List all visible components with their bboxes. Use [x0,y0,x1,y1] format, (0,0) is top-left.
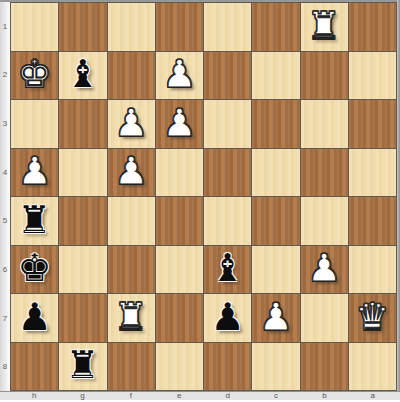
square-e4[interactable] [156,149,203,197]
black-pawn[interactable]: ♟ [211,298,245,336]
file-label-c: c [252,392,300,400]
square-a6[interactable] [349,246,396,294]
square-e2[interactable]: ♟ [156,52,203,100]
square-b6[interactable]: ♟ [301,246,348,294]
square-c5[interactable] [252,197,299,245]
rank-label-5: 5 [0,197,10,246]
square-g2[interactable]: ♝ [59,52,106,100]
square-a3[interactable] [349,100,396,148]
white-king[interactable]: ♚ [18,55,52,93]
white-rook[interactable]: ♜ [307,7,341,45]
file-label-f: f [107,392,155,400]
square-b4[interactable] [301,149,348,197]
square-g8[interactable]: ♜ [59,343,106,391]
square-c7[interactable]: ♟ [252,294,299,342]
square-f3[interactable]: ♟ [108,100,155,148]
square-e8[interactable] [156,343,203,391]
square-e6[interactable] [156,246,203,294]
file-label-g: g [58,392,106,400]
square-d4[interactable] [204,149,251,197]
square-h8[interactable] [11,343,58,391]
square-d7[interactable]: ♟ [204,294,251,342]
square-g3[interactable] [59,100,106,148]
square-h5[interactable]: ♜ [11,197,58,245]
square-e1[interactable] [156,3,203,51]
square-h3[interactable] [11,100,58,148]
white-pawn[interactable]: ♟ [114,104,148,142]
square-h2[interactable]: ♚ [11,52,58,100]
rank-label-6: 6 [0,245,10,294]
file-label-h: h [10,392,58,400]
square-c3[interactable] [252,100,299,148]
square-g6[interactable] [59,246,106,294]
square-g4[interactable] [59,149,106,197]
square-h4[interactable]: ♟ [11,149,58,197]
square-g5[interactable] [59,197,106,245]
square-h7[interactable]: ♟ [11,294,58,342]
square-b7[interactable] [301,294,348,342]
rank-label-3: 3 [0,99,10,148]
square-f5[interactable] [108,197,155,245]
square-b5[interactable] [301,197,348,245]
square-d1[interactable] [204,3,251,51]
square-f2[interactable] [108,52,155,100]
square-a5[interactable] [349,197,396,245]
square-g7[interactable] [59,294,106,342]
square-d3[interactable] [204,100,251,148]
square-b1[interactable]: ♜ [301,3,348,51]
square-c4[interactable] [252,149,299,197]
black-rook[interactable]: ♜ [18,201,52,239]
square-c6[interactable] [252,246,299,294]
rank-label-4: 4 [0,148,10,197]
square-a1[interactable] [349,3,396,51]
white-rook[interactable]: ♜ [114,298,148,336]
file-label-b: b [300,392,348,400]
file-label-e: e [155,392,203,400]
rank-labels: 12345678 [0,2,10,391]
square-d5[interactable] [204,197,251,245]
rank-label-2: 2 [0,51,10,100]
square-h6[interactable]: ♚ [11,246,58,294]
square-b3[interactable] [301,100,348,148]
square-a4[interactable] [349,149,396,197]
white-pawn[interactable]: ♟ [114,152,148,190]
white-pawn[interactable]: ♟ [18,152,52,190]
black-bishop[interactable]: ♝ [211,249,245,287]
square-c8[interactable] [252,343,299,391]
square-e3[interactable]: ♟ [156,100,203,148]
black-pawn[interactable]: ♟ [18,298,52,336]
chess-board-panel: 12345678 ♜♚♝♟♟♟♟♟♜♚♝♟♟♜♟♟♛♜ hgfedcba [0,0,400,402]
rank-label-8: 8 [0,342,10,391]
square-b2[interactable] [301,52,348,100]
square-f7[interactable]: ♜ [108,294,155,342]
square-d8[interactable] [204,343,251,391]
file-label-a: a [349,392,397,400]
square-d6[interactable]: ♝ [204,246,251,294]
white-pawn[interactable]: ♟ [259,298,293,336]
file-label-d: d [204,392,252,400]
white-pawn[interactable]: ♟ [307,249,341,287]
square-f6[interactable] [108,246,155,294]
square-d2[interactable] [204,52,251,100]
square-c2[interactable] [252,52,299,100]
square-g1[interactable] [59,3,106,51]
white-pawn[interactable]: ♟ [162,104,196,142]
square-e5[interactable] [156,197,203,245]
square-c1[interactable] [252,3,299,51]
square-h1[interactable] [11,3,58,51]
white-pawn[interactable]: ♟ [162,55,196,93]
black-bishop[interactable]: ♝ [66,55,100,93]
black-king[interactable]: ♚ [18,249,52,287]
rank-label-1: 1 [0,2,10,51]
rank-label-7: 7 [0,294,10,343]
square-f8[interactable] [108,343,155,391]
square-a8[interactable] [349,343,396,391]
board: ♜♚♝♟♟♟♟♟♜♚♝♟♟♜♟♟♛♜ [10,2,397,391]
black-rook[interactable]: ♜ [66,346,100,384]
square-a2[interactable] [349,52,396,100]
square-a7[interactable]: ♛ [349,294,396,342]
file-labels: hgfedcba [0,391,400,400]
square-f4[interactable]: ♟ [108,149,155,197]
square-f1[interactable] [108,3,155,51]
square-e7[interactable] [156,294,203,342]
white-queen[interactable]: ♛ [355,298,389,336]
square-b8[interactable] [301,343,348,391]
